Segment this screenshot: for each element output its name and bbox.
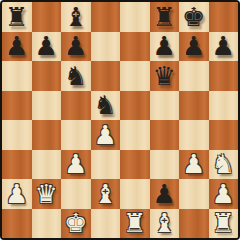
square-b2[interactable]: ♛ xyxy=(32,179,62,209)
square-f3[interactable] xyxy=(150,150,180,180)
black-pawn[interactable]: ♟ xyxy=(153,33,176,59)
square-d5[interactable]: ♞ xyxy=(91,91,121,121)
square-c5[interactable] xyxy=(61,91,91,121)
square-g2[interactable] xyxy=(179,179,209,209)
black-rook[interactable]: ♜ xyxy=(5,4,28,30)
square-f4[interactable] xyxy=(150,120,180,150)
white-pawn[interactable]: ♟ xyxy=(64,151,87,177)
square-e7[interactable] xyxy=(120,32,150,62)
square-d4[interactable]: ♟ xyxy=(91,120,121,150)
square-h3[interactable]: ♞ xyxy=(209,150,239,180)
white-queen[interactable]: ♛ xyxy=(35,181,58,207)
square-f2[interactable]: ♟ xyxy=(150,179,180,209)
square-e2[interactable] xyxy=(120,179,150,209)
black-pawn[interactable]: ♟ xyxy=(182,33,205,59)
square-d2[interactable]: ♝ xyxy=(91,179,121,209)
square-c4[interactable] xyxy=(61,120,91,150)
square-d6[interactable] xyxy=(91,61,121,91)
square-c3[interactable]: ♟ xyxy=(61,150,91,180)
square-d3[interactable] xyxy=(91,150,121,180)
black-rook[interactable]: ♜ xyxy=(153,4,176,30)
square-b6[interactable] xyxy=(32,61,62,91)
white-knight[interactable]: ♞ xyxy=(212,151,235,177)
square-g5[interactable] xyxy=(179,91,209,121)
square-e5[interactable] xyxy=(120,91,150,121)
square-g7[interactable]: ♟ xyxy=(179,32,209,62)
black-pawn[interactable]: ♟ xyxy=(212,33,235,59)
white-pawn[interactable]: ♟ xyxy=(182,151,205,177)
black-pawn[interactable]: ♟ xyxy=(35,33,58,59)
square-b5[interactable] xyxy=(32,91,62,121)
square-e1[interactable]: ♜ xyxy=(120,209,150,239)
white-rook[interactable]: ♜ xyxy=(212,210,235,236)
square-d1[interactable] xyxy=(91,209,121,239)
square-a4[interactable] xyxy=(2,120,32,150)
square-d7[interactable] xyxy=(91,32,121,62)
square-g1[interactable] xyxy=(179,209,209,239)
black-knight[interactable]: ♞ xyxy=(64,63,87,89)
square-f1[interactable]: ♝ xyxy=(150,209,180,239)
square-h1[interactable]: ♜ xyxy=(209,209,239,239)
square-f6[interactable]: ♛ xyxy=(150,61,180,91)
square-a5[interactable] xyxy=(2,91,32,121)
black-king[interactable]: ♚ xyxy=(182,4,205,30)
square-h7[interactable]: ♟ xyxy=(209,32,239,62)
square-a1[interactable] xyxy=(2,209,32,239)
black-pawn[interactable]: ♟ xyxy=(64,33,87,59)
square-f7[interactable]: ♟ xyxy=(150,32,180,62)
square-c2[interactable] xyxy=(61,179,91,209)
white-rook[interactable]: ♜ xyxy=(123,210,146,236)
square-h6[interactable] xyxy=(209,61,239,91)
square-a6[interactable] xyxy=(2,61,32,91)
square-c8[interactable]: ♝ xyxy=(61,2,91,32)
square-g6[interactable] xyxy=(179,61,209,91)
white-bishop[interactable]: ♝ xyxy=(153,210,176,236)
square-h5[interactable] xyxy=(209,91,239,121)
square-b8[interactable] xyxy=(32,2,62,32)
square-c6[interactable]: ♞ xyxy=(61,61,91,91)
square-f8[interactable]: ♜ xyxy=(150,2,180,32)
square-e8[interactable] xyxy=(120,2,150,32)
black-knight[interactable]: ♞ xyxy=(94,92,117,118)
white-pawn[interactable]: ♟ xyxy=(5,181,28,207)
square-f5[interactable] xyxy=(150,91,180,121)
square-h8[interactable] xyxy=(209,2,239,32)
square-a7[interactable]: ♟ xyxy=(2,32,32,62)
square-g3[interactable]: ♟ xyxy=(179,150,209,180)
square-a8[interactable]: ♜ xyxy=(2,2,32,32)
square-b7[interactable]: ♟ xyxy=(32,32,62,62)
square-b3[interactable] xyxy=(32,150,62,180)
square-b1[interactable] xyxy=(32,209,62,239)
chess-board-frame: ♜♝♜♚♟♟♟♟♟♟♞♛♞♟♟♟♞♟♛♝♟♟♚♜♝♜ xyxy=(0,0,240,240)
black-bishop[interactable]: ♝ xyxy=(64,4,87,30)
black-queen[interactable]: ♛ xyxy=(153,63,176,89)
square-h4[interactable] xyxy=(209,120,239,150)
white-pawn[interactable]: ♟ xyxy=(212,181,235,207)
black-pawn[interactable]: ♟ xyxy=(153,181,176,207)
square-c7[interactable]: ♟ xyxy=(61,32,91,62)
square-e6[interactable] xyxy=(120,61,150,91)
square-a2[interactable]: ♟ xyxy=(2,179,32,209)
white-king[interactable]: ♚ xyxy=(64,210,87,236)
square-g8[interactable]: ♚ xyxy=(179,2,209,32)
black-pawn[interactable]: ♟ xyxy=(5,33,28,59)
white-pawn[interactable]: ♟ xyxy=(94,122,117,148)
square-e4[interactable] xyxy=(120,120,150,150)
square-b4[interactable] xyxy=(32,120,62,150)
square-g4[interactable] xyxy=(179,120,209,150)
square-h2[interactable]: ♟ xyxy=(209,179,239,209)
square-a3[interactable] xyxy=(2,150,32,180)
chess-board: ♜♝♜♚♟♟♟♟♟♟♞♛♞♟♟♟♞♟♛♝♟♟♚♜♝♜ xyxy=(2,2,238,238)
square-e3[interactable] xyxy=(120,150,150,180)
square-d8[interactable] xyxy=(91,2,121,32)
square-c1[interactable]: ♚ xyxy=(61,209,91,239)
white-bishop[interactable]: ♝ xyxy=(94,181,117,207)
